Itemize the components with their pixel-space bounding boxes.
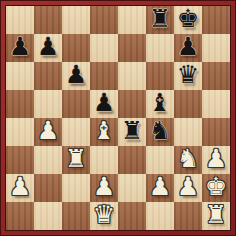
- piece-white-king[interactable]: ♚: [205, 173, 227, 201]
- square-g8[interactable]: ♚: [174, 6, 202, 34]
- square-g5[interactable]: [174, 90, 202, 118]
- piece-white-knight[interactable]: ♞: [177, 145, 199, 173]
- square-f4[interactable]: ♞: [146, 118, 174, 146]
- square-c2[interactable]: [62, 174, 90, 202]
- square-f2[interactable]: ♟: [146, 174, 174, 202]
- board-frame: ♜♚♟♟♟♟♛♟♝♟♝♜♞♜♞♟♟♟♟♟♚♛♜: [0, 0, 236, 236]
- square-h2[interactable]: ♚: [202, 174, 230, 202]
- square-b1[interactable]: [34, 202, 62, 230]
- square-e5[interactable]: [118, 90, 146, 118]
- square-a2[interactable]: ♟: [6, 174, 34, 202]
- square-d8[interactable]: [90, 6, 118, 34]
- piece-black-pawn[interactable]: ♟: [93, 89, 115, 117]
- piece-black-knight[interactable]: ♞: [149, 117, 171, 145]
- square-d5[interactable]: ♟: [90, 90, 118, 118]
- square-h7[interactable]: [202, 34, 230, 62]
- piece-white-pawn[interactable]: ♟: [205, 145, 227, 173]
- square-f7[interactable]: [146, 34, 174, 62]
- piece-white-pawn[interactable]: ♟: [177, 173, 199, 201]
- square-g2[interactable]: ♟: [174, 174, 202, 202]
- square-c8[interactable]: [62, 6, 90, 34]
- square-c5[interactable]: [62, 90, 90, 118]
- square-b4[interactable]: ♟: [34, 118, 62, 146]
- square-h1[interactable]: ♜: [202, 202, 230, 230]
- square-g3[interactable]: ♞: [174, 146, 202, 174]
- square-e3[interactable]: [118, 146, 146, 174]
- square-d2[interactable]: ♟: [90, 174, 118, 202]
- piece-white-bishop[interactable]: ♝: [93, 117, 115, 145]
- square-a3[interactable]: [6, 146, 34, 174]
- piece-white-pawn[interactable]: ♟: [9, 173, 31, 201]
- square-d7[interactable]: [90, 34, 118, 62]
- square-b8[interactable]: [34, 6, 62, 34]
- square-g6[interactable]: ♛: [174, 62, 202, 90]
- square-c7[interactable]: [62, 34, 90, 62]
- square-d4[interactable]: ♝: [90, 118, 118, 146]
- square-c3[interactable]: ♜: [62, 146, 90, 174]
- square-a8[interactable]: [6, 6, 34, 34]
- square-a1[interactable]: [6, 202, 34, 230]
- piece-black-pawn[interactable]: ♟: [65, 61, 87, 89]
- square-e2[interactable]: [118, 174, 146, 202]
- square-a4[interactable]: [6, 118, 34, 146]
- square-e7[interactable]: [118, 34, 146, 62]
- square-e8[interactable]: [118, 6, 146, 34]
- piece-black-pawn[interactable]: ♟: [177, 33, 199, 61]
- square-a7[interactable]: ♟: [6, 34, 34, 62]
- square-h6[interactable]: [202, 62, 230, 90]
- square-b5[interactable]: [34, 90, 62, 118]
- square-d1[interactable]: ♛: [90, 202, 118, 230]
- square-e6[interactable]: [118, 62, 146, 90]
- piece-black-pawn[interactable]: ♟: [37, 33, 59, 61]
- square-b6[interactable]: [34, 62, 62, 90]
- square-h3[interactable]: ♟: [202, 146, 230, 174]
- piece-black-bishop[interactable]: ♝: [149, 89, 171, 117]
- square-f5[interactable]: ♝: [146, 90, 174, 118]
- square-c6[interactable]: ♟: [62, 62, 90, 90]
- square-a5[interactable]: [6, 90, 34, 118]
- square-d3[interactable]: [90, 146, 118, 174]
- square-h8[interactable]: [202, 6, 230, 34]
- piece-black-rook[interactable]: ♜: [121, 117, 143, 145]
- square-f3[interactable]: [146, 146, 174, 174]
- square-f8[interactable]: ♜: [146, 6, 174, 34]
- square-g4[interactable]: [174, 118, 202, 146]
- piece-white-queen[interactable]: ♛: [93, 201, 115, 229]
- square-e4[interactable]: ♜: [118, 118, 146, 146]
- square-g1[interactable]: [174, 202, 202, 230]
- square-a6[interactable]: [6, 62, 34, 90]
- piece-white-pawn[interactable]: ♟: [37, 117, 59, 145]
- piece-white-rook[interactable]: ♜: [205, 201, 227, 229]
- piece-white-pawn[interactable]: ♟: [93, 173, 115, 201]
- square-b3[interactable]: [34, 146, 62, 174]
- square-g7[interactable]: ♟: [174, 34, 202, 62]
- square-b2[interactable]: [34, 174, 62, 202]
- square-f1[interactable]: [146, 202, 174, 230]
- square-d6[interactable]: [90, 62, 118, 90]
- square-c1[interactable]: [62, 202, 90, 230]
- piece-black-queen[interactable]: ♛: [177, 61, 199, 89]
- square-h4[interactable]: [202, 118, 230, 146]
- piece-black-rook[interactable]: ♜: [149, 5, 171, 33]
- square-b7[interactable]: ♟: [34, 34, 62, 62]
- square-c4[interactable]: [62, 118, 90, 146]
- square-h5[interactable]: [202, 90, 230, 118]
- piece-black-king[interactable]: ♚: [177, 5, 199, 33]
- square-e1[interactable]: [118, 202, 146, 230]
- square-f6[interactable]: [146, 62, 174, 90]
- piece-black-pawn[interactable]: ♟: [9, 33, 31, 61]
- piece-white-rook[interactable]: ♜: [65, 145, 87, 173]
- chess-board: ♜♚♟♟♟♟♛♟♝♟♝♜♞♜♞♟♟♟♟♟♚♛♜: [6, 6, 230, 230]
- piece-white-pawn[interactable]: ♟: [149, 173, 171, 201]
